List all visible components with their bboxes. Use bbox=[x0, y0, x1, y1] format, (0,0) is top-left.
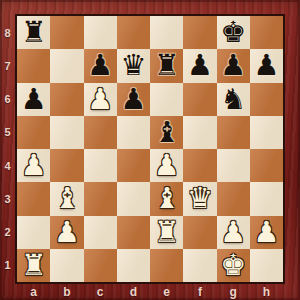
chess-app-window: 87654321 abcdefgh ♜♚♟♛♜♟♟♟♟♟♟♞♝♟♟♝♝♛♟♜♟♟… bbox=[0, 0, 300, 300]
rank-label-3: 3 bbox=[0, 182, 15, 215]
square-f2[interactable] bbox=[183, 216, 216, 249]
rank-label-1: 1 bbox=[0, 249, 15, 282]
rank-label-8: 8 bbox=[0, 16, 15, 49]
white-pawn[interactable]: ♟ bbox=[87, 85, 113, 114]
square-f6[interactable] bbox=[183, 83, 216, 116]
square-b8[interactable] bbox=[50, 16, 83, 49]
square-d8[interactable] bbox=[117, 16, 150, 49]
white-rook[interactable]: ♜ bbox=[21, 251, 47, 280]
square-h5[interactable] bbox=[250, 116, 283, 149]
square-a1[interactable]: ♜ bbox=[17, 249, 50, 282]
rank-label-7: 7 bbox=[0, 49, 15, 82]
square-h3[interactable] bbox=[250, 182, 283, 215]
square-a2[interactable] bbox=[17, 216, 50, 249]
black-bishop[interactable]: ♝ bbox=[154, 118, 180, 147]
square-b1[interactable] bbox=[50, 249, 83, 282]
square-b2[interactable]: ♟ bbox=[50, 216, 83, 249]
black-pawn[interactable]: ♟ bbox=[120, 85, 146, 114]
black-knight[interactable]: ♞ bbox=[220, 85, 246, 114]
square-b7[interactable] bbox=[50, 49, 83, 82]
black-pawn[interactable]: ♟ bbox=[253, 51, 279, 80]
square-a5[interactable] bbox=[17, 116, 50, 149]
square-c2[interactable] bbox=[84, 216, 117, 249]
file-label-d: d bbox=[117, 284, 150, 300]
white-bishop[interactable]: ♝ bbox=[154, 184, 180, 213]
square-d5[interactable] bbox=[117, 116, 150, 149]
square-d6[interactable]: ♟ bbox=[117, 83, 150, 116]
square-h8[interactable] bbox=[250, 16, 283, 49]
square-g7[interactable]: ♟ bbox=[217, 49, 250, 82]
square-c1[interactable] bbox=[84, 249, 117, 282]
square-c8[interactable] bbox=[84, 16, 117, 49]
square-e2[interactable]: ♜ bbox=[150, 216, 183, 249]
square-f8[interactable] bbox=[183, 16, 216, 49]
square-b3[interactable]: ♝ bbox=[50, 182, 83, 215]
square-a4[interactable]: ♟ bbox=[17, 149, 50, 182]
square-b5[interactable] bbox=[50, 116, 83, 149]
rank-label-4: 4 bbox=[0, 149, 15, 182]
square-g6[interactable]: ♞ bbox=[217, 83, 250, 116]
square-e3[interactable]: ♝ bbox=[150, 182, 183, 215]
black-pawn[interactable]: ♟ bbox=[87, 51, 113, 80]
square-f7[interactable]: ♟ bbox=[183, 49, 216, 82]
file-label-c: c bbox=[84, 284, 117, 300]
square-f3[interactable]: ♛ bbox=[183, 182, 216, 215]
square-d1[interactable] bbox=[117, 249, 150, 282]
file-label-g: g bbox=[217, 284, 250, 300]
square-c4[interactable] bbox=[84, 149, 117, 182]
white-pawn[interactable]: ♟ bbox=[21, 151, 47, 180]
black-king[interactable]: ♚ bbox=[220, 18, 246, 47]
square-f1[interactable] bbox=[183, 249, 216, 282]
square-a3[interactable] bbox=[17, 182, 50, 215]
square-c5[interactable] bbox=[84, 116, 117, 149]
white-queen[interactable]: ♛ bbox=[187, 184, 213, 213]
square-e4[interactable]: ♟ bbox=[150, 149, 183, 182]
square-d3[interactable] bbox=[117, 182, 150, 215]
square-g8[interactable]: ♚ bbox=[217, 16, 250, 49]
white-king[interactable]: ♚ bbox=[220, 251, 246, 280]
black-rook[interactable]: ♜ bbox=[154, 51, 180, 80]
white-pawn[interactable]: ♟ bbox=[54, 218, 80, 247]
rank-label-6: 6 bbox=[0, 83, 15, 116]
white-pawn[interactable]: ♟ bbox=[253, 218, 279, 247]
file-label-f: f bbox=[183, 284, 216, 300]
file-label-h: h bbox=[250, 284, 283, 300]
square-g1[interactable]: ♚ bbox=[217, 249, 250, 282]
black-pawn[interactable]: ♟ bbox=[187, 51, 213, 80]
square-g3[interactable] bbox=[217, 182, 250, 215]
square-c7[interactable]: ♟ bbox=[84, 49, 117, 82]
square-e5[interactable]: ♝ bbox=[150, 116, 183, 149]
file-label-b: b bbox=[50, 284, 83, 300]
square-c6[interactable]: ♟ bbox=[84, 83, 117, 116]
rank-label-2: 2 bbox=[0, 216, 15, 249]
rank-labels: 87654321 bbox=[0, 16, 15, 282]
square-h1[interactable] bbox=[250, 249, 283, 282]
square-a7[interactable] bbox=[17, 49, 50, 82]
file-labels: abcdefgh bbox=[17, 284, 283, 300]
black-rook[interactable]: ♜ bbox=[21, 18, 47, 47]
white-pawn[interactable]: ♟ bbox=[220, 218, 246, 247]
square-a6[interactable]: ♟ bbox=[17, 83, 50, 116]
square-c3[interactable] bbox=[84, 182, 117, 215]
file-label-e: e bbox=[150, 284, 183, 300]
square-e6[interactable] bbox=[150, 83, 183, 116]
square-g4[interactable] bbox=[217, 149, 250, 182]
black-queen[interactable]: ♛ bbox=[120, 51, 146, 80]
square-f5[interactable] bbox=[183, 116, 216, 149]
white-rook[interactable]: ♜ bbox=[154, 218, 180, 247]
square-e1[interactable] bbox=[150, 249, 183, 282]
square-f4[interactable] bbox=[183, 149, 216, 182]
square-d2[interactable] bbox=[117, 216, 150, 249]
square-g2[interactable]: ♟ bbox=[217, 216, 250, 249]
square-e7[interactable]: ♜ bbox=[150, 49, 183, 82]
white-bishop[interactable]: ♝ bbox=[54, 184, 80, 213]
black-pawn[interactable]: ♟ bbox=[220, 51, 246, 80]
rank-label-5: 5 bbox=[0, 116, 15, 149]
square-h4[interactable] bbox=[250, 149, 283, 182]
white-pawn[interactable]: ♟ bbox=[154, 151, 180, 180]
square-h2[interactable]: ♟ bbox=[250, 216, 283, 249]
chess-board: ♜♚♟♛♜♟♟♟♟♟♟♞♝♟♟♝♝♛♟♜♟♟♜♚ bbox=[15, 14, 285, 284]
square-e8[interactable] bbox=[150, 16, 183, 49]
square-h7[interactable]: ♟ bbox=[250, 49, 283, 82]
square-d7[interactable]: ♛ bbox=[117, 49, 150, 82]
file-label-a: a bbox=[17, 284, 50, 300]
black-pawn[interactable]: ♟ bbox=[21, 85, 47, 114]
square-g5[interactable] bbox=[217, 116, 250, 149]
square-b6[interactable] bbox=[50, 83, 83, 116]
square-d4[interactable] bbox=[117, 149, 150, 182]
square-b4[interactable] bbox=[50, 149, 83, 182]
square-a8[interactable]: ♜ bbox=[17, 16, 50, 49]
square-h6[interactable] bbox=[250, 83, 283, 116]
